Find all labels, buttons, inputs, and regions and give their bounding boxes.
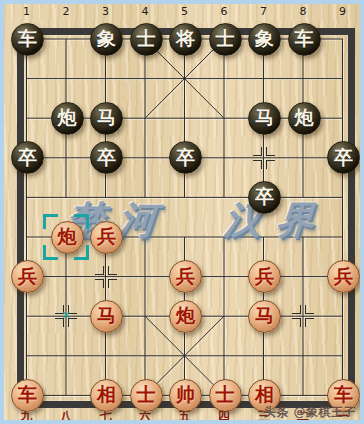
file-label-bottom-2: 八 — [57, 408, 75, 424]
point-marker — [95, 266, 117, 288]
piece-black-horse[interactable]: 马 — [248, 102, 281, 135]
file-label-top-9: 9 — [334, 5, 352, 18]
piece-black-elephant[interactable]: 象 — [248, 23, 281, 56]
piece-black-elephant[interactable]: 象 — [90, 23, 123, 56]
xiangqi-board[interactable]: 123456789 九八七六五四三二一 楚河 汉界 ✕ 车象士将士象车炮马马炮卒… — [4, 4, 360, 420]
piece-black-advisor[interactable]: 士 — [130, 23, 163, 56]
highlight-corner — [43, 214, 58, 229]
point-marker-corner — [253, 147, 262, 156]
piece-black-chariot[interactable]: 车 — [288, 23, 321, 56]
point-marker-corner — [305, 305, 314, 314]
piece-black-chariot[interactable]: 车 — [11, 23, 44, 56]
piece-red-soldier[interactable]: 兵 — [11, 260, 44, 293]
piece-black-general[interactable]: 将 — [169, 23, 202, 56]
point-marker-corner — [108, 279, 117, 288]
piece-red-soldier[interactable]: 兵 — [248, 260, 281, 293]
file-label-top-5: 5 — [176, 5, 194, 18]
piece-red-elephant[interactable]: 相 — [90, 379, 123, 412]
point-marker-corner — [292, 318, 301, 327]
highlight-corner — [74, 214, 89, 229]
piece-red-chariot[interactable]: 车 — [11, 379, 44, 412]
board-frame: 123456789 九八七六五四三二一 楚河 汉界 ✕ 车象士将士象车炮马马炮卒… — [0, 0, 364, 424]
piece-red-soldier[interactable]: 兵 — [169, 260, 202, 293]
piece-red-general[interactable]: 帅 — [169, 379, 202, 412]
piece-black-soldier[interactable]: 卒 — [248, 181, 281, 214]
point-marker-corner — [95, 266, 104, 275]
piece-red-soldier[interactable]: 兵 — [90, 221, 123, 254]
selected-piece-highlight — [43, 214, 89, 260]
piece-red-horse[interactable]: 马 — [248, 300, 281, 333]
file-label-top-2: 2 — [57, 5, 75, 18]
piece-red-soldier[interactable]: 兵 — [327, 260, 360, 293]
point-marker — [292, 305, 314, 327]
point-marker — [253, 147, 275, 169]
piece-black-advisor[interactable]: 士 — [209, 23, 242, 56]
point-marker-corner — [292, 305, 301, 314]
point-marker-corner — [266, 160, 275, 169]
point-marker-corner — [108, 266, 117, 275]
file-label-top-7: 7 — [255, 5, 273, 18]
last-move-origin-marker: ✕ — [60, 310, 72, 322]
point-marker-corner — [253, 160, 262, 169]
file-label-top-6: 6 — [215, 5, 233, 18]
piece-red-advisor[interactable]: 士 — [209, 379, 242, 412]
point-marker-corner — [95, 279, 104, 288]
watermark: 头条 @象棋王子 — [264, 404, 356, 421]
piece-black-cannon[interactable]: 炮 — [288, 102, 321, 135]
piece-red-advisor[interactable]: 士 — [130, 379, 163, 412]
point-marker-corner — [305, 318, 314, 327]
highlight-corner — [43, 245, 58, 260]
file-label-top-8: 8 — [294, 5, 312, 18]
file-label-top-4: 4 — [136, 5, 154, 18]
piece-red-cannon[interactable]: 炮 — [169, 300, 202, 333]
file-label-top-3: 3 — [97, 5, 115, 18]
piece-black-horse[interactable]: 马 — [90, 102, 123, 135]
highlight-corner — [74, 245, 89, 260]
point-marker-corner — [266, 147, 275, 156]
file-label-top-1: 1 — [18, 5, 36, 18]
piece-red-horse[interactable]: 马 — [90, 300, 123, 333]
piece-black-cannon[interactable]: 炮 — [51, 102, 84, 135]
